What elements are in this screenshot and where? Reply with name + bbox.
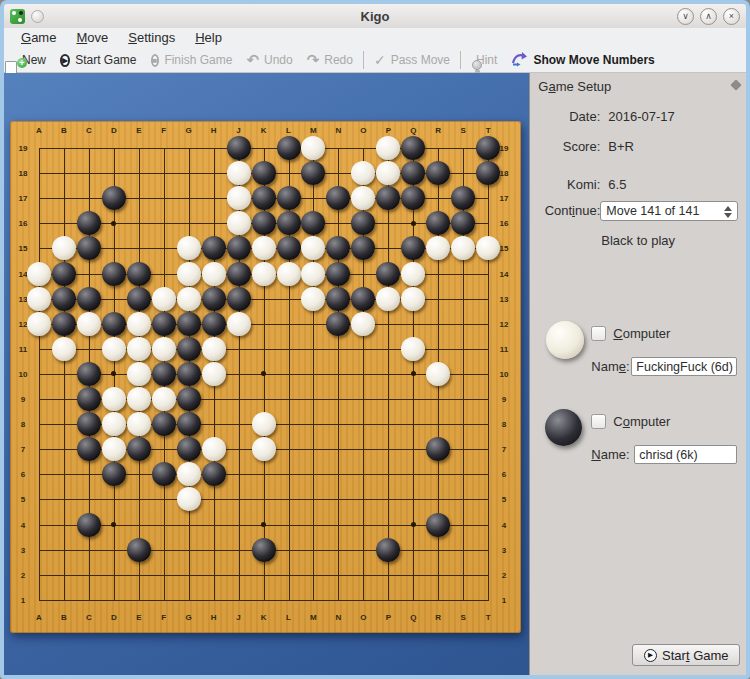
star-point <box>261 522 266 527</box>
white-stone-image <box>546 321 584 359</box>
coord-label: 11 <box>492 345 516 354</box>
stone-white-A12 <box>27 312 51 336</box>
menu-game[interactable]: Game <box>12 29 65 46</box>
redo-icon: ↷ <box>307 52 320 68</box>
stone-white-D8 <box>102 412 126 436</box>
coord-label: Q <box>403 126 423 135</box>
stone-black-B13 <box>52 287 76 311</box>
coord-label: 17 <box>492 194 516 203</box>
maximize-button[interactable]: ∧ <box>700 8 717 25</box>
stone-black-N13 <box>326 287 350 311</box>
stone-white-G13 <box>177 287 201 311</box>
coord-label: 4 <box>12 521 34 530</box>
stone-black-O13 <box>351 287 375 311</box>
score-value: B+R <box>608 139 634 154</box>
stone-white-S15 <box>451 236 475 260</box>
stone-white-C12 <box>77 312 101 336</box>
coord-label: 16 <box>492 219 516 228</box>
window-controls: ∨∧× <box>677 8 740 25</box>
stone-white-J16 <box>227 211 251 235</box>
titlebar: Kigo ∨∧× <box>4 4 746 28</box>
menu-move[interactable]: Move <box>67 29 117 46</box>
toolbar-button-show-move-numbers[interactable]: Show Move Numbers <box>504 50 661 70</box>
coord-label: 19 <box>12 144 34 153</box>
coord-label: D <box>104 613 124 622</box>
stone-black-C16 <box>77 211 101 235</box>
coord-label: 1 <box>12 596 34 605</box>
stone-white-E9 <box>127 387 151 411</box>
continue-label: Continue: <box>530 203 600 218</box>
white-computer-label: Computer <box>613 326 670 341</box>
coord-label: E <box>129 613 149 622</box>
stone-black-G11 <box>177 337 201 361</box>
toolbar-button-redo[interactable]: ↷Redo <box>300 52 360 68</box>
coord-label: R <box>428 126 448 135</box>
stone-black-D6 <box>102 462 126 486</box>
toolbar-separator <box>460 51 461 69</box>
stone-white-H11 <box>202 337 226 361</box>
coord-label: 4 <box>492 521 516 530</box>
play-icon: ▶ <box>644 649 657 662</box>
stone-black-C10 <box>77 362 101 386</box>
coord-label: 5 <box>12 495 34 504</box>
stone-black-F8 <box>152 412 176 436</box>
stone-white-F9 <box>152 387 176 411</box>
stone-white-F13 <box>152 287 176 311</box>
menu-help[interactable]: Help <box>186 29 231 46</box>
stone-black-E14 <box>127 262 151 286</box>
menu-settings[interactable]: Settings <box>119 29 184 46</box>
coord-label: 15 <box>12 244 34 253</box>
coord-label: 10 <box>12 370 34 379</box>
komi-label: Komi: <box>530 177 600 192</box>
grid-line-v <box>388 148 389 601</box>
star-point <box>411 221 416 226</box>
black-name-label: Name: <box>591 447 629 462</box>
stone-black-F10 <box>152 362 176 386</box>
stone-white-G5 <box>177 487 201 511</box>
stone-black-G7 <box>177 437 201 461</box>
stone-black-E3 <box>127 538 151 562</box>
coord-label: E <box>129 126 149 135</box>
stone-black-R18 <box>426 161 450 185</box>
stone-white-M15 <box>301 236 325 260</box>
stone-white-K15 <box>252 236 276 260</box>
stone-black-S16 <box>451 211 475 235</box>
toolbar-button-finish-game[interactable]: ■Finish Game <box>144 52 240 67</box>
stone-black-G8 <box>177 412 201 436</box>
stone-white-M19 <box>301 136 325 160</box>
coord-label: H <box>204 126 224 135</box>
stone-black-N15 <box>326 236 350 260</box>
coord-label: M <box>303 126 323 135</box>
stone-black-Q15 <box>401 236 425 260</box>
stone-white-Q14 <box>401 262 425 286</box>
stone-black-P3 <box>376 538 400 562</box>
coord-label: 3 <box>492 546 516 555</box>
coord-label: Q <box>403 613 423 622</box>
coord-label: O <box>353 126 373 135</box>
stone-black-R16 <box>426 211 450 235</box>
stone-white-D9 <box>102 387 126 411</box>
stone-black-T18 <box>476 161 500 185</box>
move-selector-combobox[interactable]: Move 141 of 141 <box>600 201 738 221</box>
grid-line-v <box>488 148 489 601</box>
stone-white-J18 <box>227 161 251 185</box>
stone-white-P18 <box>376 161 400 185</box>
coord-label: 9 <box>12 395 34 404</box>
white-name-input[interactable]: FuckingFuck (6d) <box>631 357 737 376</box>
stone-black-H6 <box>202 462 226 486</box>
board-area: AABBCCDDEEFFGGHHJJKKLLMMNNOOPPQQRRSSTT19… <box>4 73 529 676</box>
stone-white-M13 <box>301 287 325 311</box>
stone-black-F12 <box>152 312 176 336</box>
stone-black-D14 <box>102 262 126 286</box>
menu-bar: GameMoveSettingsHelp <box>4 28 746 47</box>
stone-black-C13 <box>77 287 101 311</box>
black-computer-label: Computer <box>613 414 670 429</box>
stone-black-H13 <box>202 287 226 311</box>
stone-white-H7 <box>202 437 226 461</box>
stone-black-G12 <box>177 312 201 336</box>
stone-black-B14 <box>52 262 76 286</box>
coord-label: A <box>29 613 49 622</box>
stone-black-L15 <box>277 236 301 260</box>
star-point <box>411 522 416 527</box>
stone-white-K14 <box>252 262 276 286</box>
black-name-input[interactable]: chrisd (6k) <box>634 445 737 464</box>
go-board[interactable]: AABBCCDDEEFFGGHHJJKKLLMMNNOOPPQQRRSSTT19… <box>10 121 521 633</box>
stone-black-H12 <box>202 312 226 336</box>
stone-black-E13 <box>127 287 151 311</box>
turn-indicator: Black to play <box>530 233 746 248</box>
coord-label: A <box>29 126 49 135</box>
coord-label: C <box>79 126 99 135</box>
toolbar-button-pass-move[interactable]: ✓Pass Move <box>367 52 457 68</box>
stone-black-D12 <box>102 312 126 336</box>
stone-black-C15 <box>77 236 101 260</box>
grid-line-v <box>338 148 339 601</box>
date-value: 2016-07-17 <box>608 109 675 124</box>
coord-label: 18 <box>12 169 34 178</box>
coord-label: 14 <box>492 270 516 279</box>
star-point <box>111 522 116 527</box>
grid-line-h <box>39 575 489 576</box>
stone-black-P14 <box>376 262 400 286</box>
stone-white-G14 <box>177 262 201 286</box>
stone-black-J19 <box>227 136 251 160</box>
stone-black-T19 <box>476 136 500 160</box>
black-stone-image <box>545 409 582 446</box>
coord-label: 13 <box>492 295 516 304</box>
coord-label: F <box>154 126 174 135</box>
stone-black-K3 <box>252 538 276 562</box>
grid-line-h <box>39 600 489 601</box>
stone-white-B15 <box>52 236 76 260</box>
stone-black-Q18 <box>401 161 425 185</box>
coord-label: 7 <box>12 445 34 454</box>
coord-label: G <box>179 613 199 622</box>
stone-black-O15 <box>351 236 375 260</box>
coord-label: 17 <box>12 194 34 203</box>
start-game-button-label: Start Game <box>662 648 728 663</box>
coord-label: J <box>229 126 249 135</box>
stone-black-G9 <box>177 387 201 411</box>
coord-label: M <box>303 613 323 622</box>
toolbar-label: Start Game <box>75 53 136 67</box>
coord-label: T <box>478 126 498 135</box>
toolbar-label: Show Move Numbers <box>533 53 654 67</box>
coord-label: 10 <box>492 370 516 379</box>
coord-label: S <box>453 613 473 622</box>
date-label: Date: <box>530 109 600 124</box>
stone-black-K16 <box>252 211 276 235</box>
stone-black-J14 <box>227 262 251 286</box>
toolbar-separator <box>363 51 364 69</box>
star-point <box>111 221 116 226</box>
minimize-button[interactable]: ∨ <box>677 8 694 25</box>
stone-black-F6 <box>152 462 176 486</box>
coord-label: 11 <box>12 345 34 354</box>
stone-black-C8 <box>77 412 101 436</box>
stone-white-E10 <box>127 362 151 386</box>
stone-black-C9 <box>77 387 101 411</box>
toolbar: +New▶Start Game■Finish Game↶Undo↷Redo✓Pa… <box>4 47 746 73</box>
stone-white-J17 <box>227 186 251 210</box>
stone-black-D17 <box>102 186 126 210</box>
stone-black-G10 <box>177 362 201 386</box>
grid-line-h <box>39 499 489 500</box>
start-game-button[interactable]: ▶ Start Game <box>632 644 740 666</box>
stone-black-K17 <box>252 186 276 210</box>
stone-white-G6 <box>177 462 201 486</box>
coord-label: 6 <box>492 470 516 479</box>
stone-white-D7 <box>102 437 126 461</box>
score-label: Score: <box>530 139 600 154</box>
coord-label: 16 <box>12 219 34 228</box>
stone-white-K7 <box>252 437 276 461</box>
stone-black-J13 <box>227 287 251 311</box>
show-move-numbers-icon <box>511 50 528 70</box>
stone-black-L19 <box>277 136 301 160</box>
stone-white-R15 <box>426 236 450 260</box>
spinner-arrows-icon[interactable] <box>724 206 733 218</box>
star-point <box>411 371 416 376</box>
stone-black-Q19 <box>401 136 425 160</box>
finish-game-icon: ■ <box>151 52 160 67</box>
komi-value: 6.5 <box>608 177 626 192</box>
toolbar-label: Undo <box>264 53 293 67</box>
stone-black-K18 <box>252 161 276 185</box>
toolbar-label: Redo <box>324 53 353 67</box>
coord-label: P <box>378 613 398 622</box>
stone-white-O18 <box>351 161 375 185</box>
toolbar-button-start-game[interactable]: ▶Start Game <box>53 52 144 67</box>
coord-label: 7 <box>492 445 516 454</box>
stone-black-P17 <box>376 186 400 210</box>
coord-label: S <box>453 126 473 135</box>
move-selector-value: Move 141 of 141 <box>606 204 699 218</box>
coord-label: B <box>54 126 74 135</box>
panel-config-icon[interactable] <box>730 79 741 90</box>
kigo-window: Kigo ∨∧× GameMoveSettingsHelp +New▶Start… <box>0 0 750 679</box>
stone-white-O17 <box>351 186 375 210</box>
coord-label: 1 <box>492 596 516 605</box>
coord-label: 8 <box>492 420 516 429</box>
stone-white-E8 <box>127 412 151 436</box>
stone-black-Q17 <box>401 186 425 210</box>
stone-black-N17 <box>326 186 350 210</box>
stone-black-O16 <box>351 211 375 235</box>
coord-label: 8 <box>12 420 34 429</box>
stone-black-B12 <box>52 312 76 336</box>
coord-label: 12 <box>492 320 516 329</box>
window-title: Kigo <box>4 9 746 24</box>
coord-label: H <box>204 613 224 622</box>
coord-label: F <box>154 613 174 622</box>
stone-black-N12 <box>326 312 350 336</box>
coord-label: 5 <box>492 495 516 504</box>
stone-black-H15 <box>202 236 226 260</box>
toolbar-label: Finish Game <box>164 53 232 67</box>
coord-label: N <box>328 613 348 622</box>
stone-black-L17 <box>277 186 301 210</box>
stone-white-K8 <box>252 412 276 436</box>
coord-label: K <box>254 126 274 135</box>
coord-label: 2 <box>492 571 516 580</box>
stone-white-R10 <box>426 362 450 386</box>
stone-white-D11 <box>102 337 126 361</box>
coord-label: 3 <box>12 546 34 555</box>
coord-label: 2 <box>12 571 34 580</box>
stone-black-C7 <box>77 437 101 461</box>
white-computer-checkbox[interactable] <box>591 326 606 341</box>
stone-white-G15 <box>177 236 201 260</box>
toolbar-button-undo[interactable]: ↶Undo <box>239 52 299 68</box>
panel-title: Game Setup <box>538 79 611 94</box>
stone-white-E11 <box>127 337 151 361</box>
coord-label: 6 <box>12 470 34 479</box>
stone-black-M16 <box>301 211 325 235</box>
stone-black-C4 <box>77 513 101 537</box>
coord-label: B <box>54 613 74 622</box>
start-game-icon: ▶ <box>60 52 70 67</box>
black-computer-checkbox[interactable] <box>591 414 606 429</box>
stone-white-J12 <box>227 312 251 336</box>
stone-white-H10 <box>202 362 226 386</box>
coord-label: L <box>279 613 299 622</box>
coord-label: P <box>378 126 398 135</box>
stone-black-M18 <box>301 161 325 185</box>
coord-label: R <box>428 613 448 622</box>
star-point <box>111 371 116 376</box>
stone-white-P19 <box>376 136 400 160</box>
toolbar-button-hint[interactable]: Hint <box>464 53 504 67</box>
undo-icon: ↶ <box>246 52 259 68</box>
game-setup-panel: Game Setup Date: 2016-07-17 Score: B+R K… <box>529 73 746 676</box>
coord-label: C <box>79 613 99 622</box>
white-name-label: Name: <box>591 359 629 374</box>
coord-label: O <box>353 613 373 622</box>
stone-white-A13 <box>27 287 51 311</box>
coord-label: D <box>104 126 124 135</box>
coord-label: T <box>478 613 498 622</box>
pass-move-icon: ✓ <box>374 52 386 68</box>
coord-label: J <box>229 613 249 622</box>
star-point <box>261 371 266 376</box>
stone-white-P13 <box>376 287 400 311</box>
stone-black-J15 <box>227 236 251 260</box>
stone-black-E7 <box>127 437 151 461</box>
coord-label: L <box>279 126 299 135</box>
stone-black-R4 <box>426 513 450 537</box>
coord-label: 9 <box>492 395 516 404</box>
stone-white-F11 <box>152 337 176 361</box>
toolbar-label: Pass Move <box>391 53 450 67</box>
stone-black-S17 <box>451 186 475 210</box>
stone-black-N14 <box>326 262 350 286</box>
stone-white-Q11 <box>401 337 425 361</box>
stone-black-L16 <box>277 211 301 235</box>
stone-white-L14 <box>277 262 301 286</box>
stone-white-A14 <box>27 262 51 286</box>
coord-label: G <box>179 126 199 135</box>
stone-white-T15 <box>476 236 500 260</box>
coord-label: K <box>254 613 274 622</box>
stone-white-Q13 <box>401 287 425 311</box>
stone-white-E12 <box>127 312 151 336</box>
coord-label: N <box>328 126 348 135</box>
toolbar-button-new[interactable]: +New <box>10 53 53 67</box>
stone-white-O12 <box>351 312 375 336</box>
stone-white-B11 <box>52 337 76 361</box>
close-button[interactable]: × <box>723 8 740 25</box>
stone-white-H14 <box>202 262 226 286</box>
stone-white-M14 <box>301 262 325 286</box>
stone-black-R7 <box>426 437 450 461</box>
